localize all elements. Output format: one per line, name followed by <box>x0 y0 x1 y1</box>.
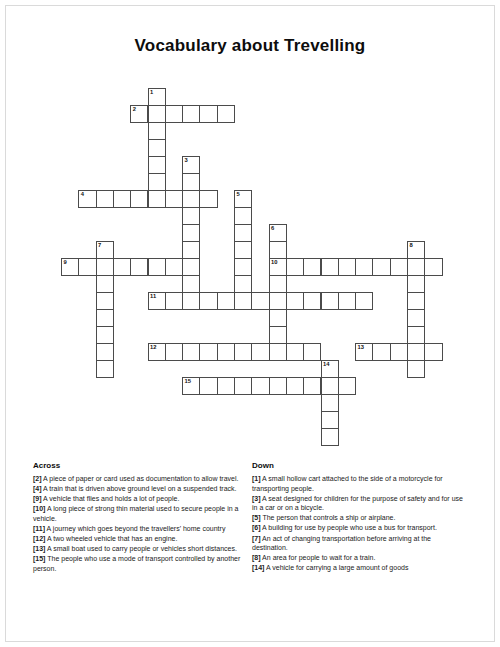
clue-down-6: [6] A building for use by people who use… <box>252 523 467 533</box>
grid-cell[interactable] <box>148 156 166 174</box>
grid-cell[interactable]: 5 <box>234 190 252 208</box>
grid-cell[interactable] <box>96 309 114 327</box>
grid-cell[interactable]: 8 <box>407 241 425 259</box>
grid-cell[interactable] <box>217 292 235 310</box>
grid-cell[interactable] <box>303 343 321 361</box>
grid-cell[interactable] <box>269 343 287 361</box>
clue-number: [10] <box>33 505 45 512</box>
grid-cell[interactable]: 4 <box>78 190 96 208</box>
cell-number: 1 <box>150 90 165 96</box>
grid-cell[interactable]: 11 <box>148 292 166 310</box>
cell-number: 9 <box>64 260 79 266</box>
grid-cell[interactable] <box>355 292 373 310</box>
grid-cell[interactable] <box>182 173 200 191</box>
grid-cell[interactable] <box>182 292 200 310</box>
grid-cell[interactable] <box>251 377 269 395</box>
grid-cell[interactable] <box>217 343 235 361</box>
grid-cell[interactable] <box>321 292 339 310</box>
grid-cell[interactable] <box>269 292 287 310</box>
grid-cell[interactable] <box>269 377 287 395</box>
grid-cell[interactable] <box>165 258 183 276</box>
clue-number: [8] <box>252 554 261 561</box>
grid-cell[interactable] <box>390 343 408 361</box>
grid-cell[interactable] <box>407 275 425 293</box>
grid-cell[interactable] <box>199 190 217 208</box>
grid-cell[interactable] <box>165 292 183 310</box>
grid-cell[interactable] <box>407 343 425 361</box>
cell-number: 15 <box>185 379 200 385</box>
clue-across-11: [11] A journey which goes beyond the tra… <box>33 524 246 534</box>
across-heading: Across <box>33 461 246 470</box>
cell-number: 14 <box>323 362 338 368</box>
grid-cell[interactable] <box>269 309 287 327</box>
grid-cell[interactable] <box>321 377 339 395</box>
grid-cell[interactable] <box>217 377 235 395</box>
grid-cell[interactable] <box>148 190 166 208</box>
grid-cell[interactable] <box>407 309 425 327</box>
grid-cell[interactable] <box>96 258 114 276</box>
grid-cell[interactable] <box>234 258 252 276</box>
grid-cell[interactable]: 9 <box>61 258 79 276</box>
grid-cell[interactable] <box>148 258 166 276</box>
grid-cell[interactable] <box>286 292 304 310</box>
grid-cell[interactable]: 15 <box>182 377 200 395</box>
cell-number: 2 <box>133 107 148 113</box>
cell-number: 10 <box>271 260 286 266</box>
grid-cell[interactable] <box>407 360 425 378</box>
grid-cell[interactable] <box>234 292 252 310</box>
grid-cell[interactable] <box>165 190 183 208</box>
cell-number: 13 <box>358 345 373 351</box>
cell-number: 5 <box>237 192 252 198</box>
grid-cell[interactable]: 10 <box>269 258 287 276</box>
grid-cell[interactable]: 1 <box>148 88 166 106</box>
grid-cell[interactable] <box>251 292 269 310</box>
grid-cell[interactable]: 3 <box>182 156 200 174</box>
grid-cell[interactable] <box>182 241 200 259</box>
clue-number: [1] <box>252 475 261 482</box>
grid-cell[interactable]: 13 <box>355 343 373 361</box>
clue-across-12: [12] A two wheeled vehicle that has an e… <box>33 534 246 544</box>
grid-cell[interactable] <box>165 343 183 361</box>
grid-cell[interactable] <box>217 105 235 123</box>
clue-number: [6] <box>252 524 261 531</box>
grid-cell[interactable]: 7 <box>96 241 114 259</box>
grid-cell[interactable] <box>321 428 339 446</box>
cell-number: 6 <box>271 226 286 232</box>
grid-cell[interactable] <box>96 326 114 344</box>
clue-number: [5] <box>252 514 261 521</box>
grid-cell[interactable] <box>182 275 200 293</box>
grid-cell[interactable] <box>407 292 425 310</box>
grid-cell[interactable]: 6 <box>269 224 287 242</box>
grid-cell[interactable] <box>182 207 200 225</box>
grid-cell[interactable]: 14 <box>321 360 339 378</box>
grid-cell[interactable] <box>303 377 321 395</box>
clue-number: [12] <box>33 535 45 542</box>
clue-number: [2] <box>33 475 42 482</box>
grid-cell[interactable] <box>407 326 425 344</box>
grid-cell[interactable] <box>182 343 200 361</box>
clue-across-9: [9] A vehicle that flies and holds a lot… <box>33 494 246 504</box>
grid-cell[interactable] <box>251 343 269 361</box>
clue-number: [7] <box>252 535 261 542</box>
cell-number: 11 <box>150 294 165 300</box>
grid-cell[interactable] <box>321 258 339 276</box>
grid-cell[interactable] <box>148 173 166 191</box>
grid-cell[interactable] <box>286 258 304 276</box>
grid-cell[interactable] <box>148 139 166 157</box>
grid-cell[interactable] <box>234 224 252 242</box>
clue-number: [11] <box>33 525 45 532</box>
grid-cell[interactable] <box>355 258 373 276</box>
clue-across-13: [13] A small boat used to carry people o… <box>33 544 246 554</box>
clue-down-8: [8] An area for people to wait for a tra… <box>252 553 467 563</box>
grid-cell[interactable] <box>96 275 114 293</box>
grid-cell[interactable] <box>199 377 217 395</box>
grid-cell[interactable] <box>338 292 356 310</box>
grid-cell[interactable] <box>113 258 131 276</box>
grid-cell[interactable] <box>182 190 200 208</box>
grid-cell[interactable] <box>372 343 390 361</box>
clue-across-15: [15] The people who use a mode of transp… <box>33 554 246 573</box>
grid-cell[interactable] <box>424 258 442 276</box>
clues-across-column: Across [2] A piece of paper or card used… <box>33 461 246 574</box>
clue-down-3: [3] A seat designed for children for the… <box>252 494 467 513</box>
grid-cell[interactable] <box>321 394 339 412</box>
grid-cell[interactable] <box>338 377 356 395</box>
clue-number: [15] <box>33 555 45 562</box>
grid-cell[interactable] <box>407 258 425 276</box>
puzzle-title: Vocabulary about Trevelling <box>0 36 500 56</box>
grid-cell[interactable] <box>286 343 304 361</box>
cell-number: 8 <box>410 243 425 249</box>
grid-cell[interactable] <box>269 241 287 259</box>
grid-cell[interactable] <box>321 411 339 429</box>
grid-cell[interactable] <box>234 377 252 395</box>
clue-number: [13] <box>33 545 45 552</box>
clue-number: [9] <box>33 495 42 502</box>
grid-cell[interactable]: 12 <box>148 343 166 361</box>
grid-cell[interactable] <box>234 207 252 225</box>
clue-number: [14] <box>252 564 264 571</box>
grid-cell[interactable] <box>269 326 287 344</box>
down-heading: Down <box>252 461 467 470</box>
grid-cell[interactable] <box>148 122 166 140</box>
grid-cell[interactable] <box>199 343 217 361</box>
grid-cell[interactable] <box>199 292 217 310</box>
grid-cell[interactable] <box>424 343 442 361</box>
grid-cell[interactable] <box>234 343 252 361</box>
cell-number: 7 <box>98 243 113 249</box>
cell-number: 12 <box>150 345 165 351</box>
grid-cell[interactable] <box>96 360 114 378</box>
grid-cell[interactable] <box>113 190 131 208</box>
grid-cell[interactable] <box>96 190 114 208</box>
grid-cell[interactable] <box>130 190 148 208</box>
grid-cell[interactable]: 2 <box>130 105 148 123</box>
grid-cell[interactable] <box>338 258 356 276</box>
grid-cell[interactable] <box>165 105 183 123</box>
grid-cell[interactable] <box>303 292 321 310</box>
grid-cell[interactable] <box>96 292 114 310</box>
grid-cell[interactable] <box>148 105 166 123</box>
grid-cell[interactable] <box>390 258 408 276</box>
grid-cell[interactable] <box>303 258 321 276</box>
clue-across-2: [2] A piece of paper or card used as doc… <box>33 474 246 484</box>
grid-cell[interactable] <box>182 258 200 276</box>
grid-cell[interactable] <box>199 105 217 123</box>
grid-cell[interactable] <box>234 241 252 259</box>
grid-cell[interactable] <box>182 224 200 242</box>
cell-number: 3 <box>185 158 200 164</box>
clues-down-column: Down [1] A small hollow cart attached to… <box>252 461 467 573</box>
clue-across-10: [10] A long piece of strong thin materia… <box>33 504 246 523</box>
clue-down-1: [1] A small hollow cart attached to the … <box>252 474 467 493</box>
cell-number: 4 <box>81 192 96 198</box>
clues-down-list: [1] A small hollow cart attached to the … <box>252 474 467 573</box>
grid-cell[interactable] <box>269 275 287 293</box>
clue-number: [4] <box>33 485 42 492</box>
clue-down-5: [5] The person that controls a ship or a… <box>252 513 467 523</box>
grid-cell[interactable] <box>78 258 96 276</box>
grid-cell[interactable] <box>372 258 390 276</box>
grid-cell[interactable] <box>96 343 114 361</box>
grid-cell[interactable] <box>286 377 304 395</box>
grid-cell[interactable] <box>182 105 200 123</box>
clue-number: [3] <box>252 495 261 502</box>
clue-down-7: [7] An act of changing transportation be… <box>252 534 467 553</box>
clue-down-14: [14] A vehicle for carrying a large amou… <box>252 563 467 573</box>
clue-across-4: [4] A train that is driven above ground … <box>33 484 246 494</box>
grid-cell[interactable] <box>130 258 148 276</box>
crossword-grid: 123456789101112131415 <box>61 88 442 445</box>
grid-cell[interactable] <box>234 275 252 293</box>
clues-across-list: [2] A piece of paper or card used as doc… <box>33 474 246 573</box>
